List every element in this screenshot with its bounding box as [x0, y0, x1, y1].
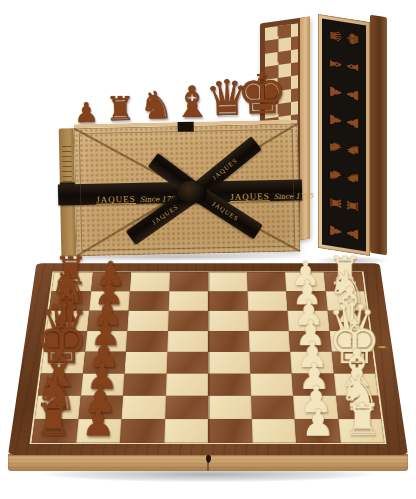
square-a3: [246, 272, 286, 291]
square-d6: [126, 331, 168, 352]
chess-board: ♜♟♟♜♞♟♟♞♝♟♟♝♛♟♟♛♚♟♟♚♝♟♟♝♞♟♟♞♜♟♟♜: [8, 263, 408, 455]
square-b5: [168, 291, 208, 311]
square-b3: [247, 291, 287, 311]
square-d5: [167, 331, 208, 352]
square-g6: [121, 396, 165, 419]
playing-area: ♜♟♟♜♞♟♟♞♝♟♟♝♛♟♟♛♚♟♟♚♝♟♟♝♞♟♟♞♜♟♟♜: [29, 271, 386, 443]
square-e5: [166, 352, 208, 374]
square-c6: [127, 311, 168, 331]
clasp-notch: [206, 455, 211, 463]
square-c4: [208, 311, 248, 331]
black-rook: ♜: [34, 398, 73, 442]
square-g5: [165, 396, 208, 419]
square-a6: [130, 272, 170, 291]
square-e3: [249, 352, 292, 374]
chess-board-scene: ♜♟♟♜♞♟♟♞♝♟♟♝♛♟♟♛♚♟♟♚♝♟♟♝♞♟♟♞♜♟♟♜: [0, 0, 416, 499]
square-f6: [123, 373, 166, 395]
square-a5: [169, 272, 208, 291]
square-e6: [124, 352, 167, 374]
board-front-edge: [8, 454, 408, 471]
square-h3: [251, 419, 296, 443]
square-h1: ♜: [338, 419, 384, 443]
product-photo: ♛♚♝♝♟♟♟♟♞♞♞♞♜♜♟♟ ♟♜♞♝♛♚ JAQUESSince 1795…: [0, 0, 416, 499]
square-h8: ♜: [32, 419, 78, 443]
square-d4: [208, 331, 249, 352]
square-h7: ♟: [76, 419, 122, 443]
square-f4: [208, 373, 251, 395]
square-h4: [208, 419, 252, 443]
square-a4: [208, 272, 247, 291]
square-e4: [208, 352, 250, 374]
square-h6: [120, 419, 165, 443]
square-c5: [168, 311, 208, 331]
square-b4: [208, 291, 248, 311]
square-g4: [208, 396, 251, 419]
square-h5: [164, 419, 208, 443]
square-d3: [248, 331, 290, 352]
square-g3: [251, 396, 295, 419]
black-pawn: ♟: [81, 404, 115, 442]
square-c3: [248, 311, 289, 331]
square-f3: [250, 373, 293, 395]
square-f5: [165, 373, 208, 395]
white-rook: ♜: [343, 398, 382, 442]
square-b6: [129, 291, 169, 311]
white-pawn: ♟: [301, 404, 335, 442]
square-h2: ♟: [295, 419, 341, 443]
